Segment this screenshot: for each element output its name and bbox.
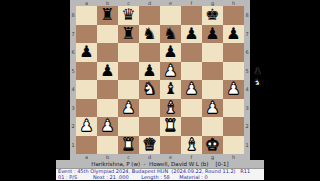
white-bishop[interactable]: ♝ [160,99,181,118]
square-g7[interactable]: ♟ [202,25,223,44]
white-pawn[interactable]: ♟ [76,117,97,136]
square-g8[interactable]: ♚ [202,6,223,25]
black-queen[interactable]: ♛ [118,6,139,25]
square-e8[interactable] [160,6,181,25]
white-pawn[interactable]: ♟ [160,62,181,81]
square-g2[interactable] [202,117,223,136]
black-pawn[interactable]: ♟ [181,25,202,44]
square-c8[interactable]: ♛ [118,6,139,25]
material-indicators: ♟ ♞ [251,66,264,88]
square-d4[interactable]: ♞ [139,80,160,99]
rank-label-1: 1 [244,136,250,155]
square-h4[interactable]: ♟ [223,80,244,99]
square-h7[interactable]: ♟ [223,25,244,44]
square-a5[interactable] [76,62,97,81]
square-f3[interactable] [181,99,202,118]
square-e5[interactable]: ♟ [160,62,181,81]
square-e2[interactable]: ♜ [160,117,181,136]
black-pawn[interactable]: ♟ [76,43,97,62]
square-b2[interactable]: ♟ [97,117,118,136]
square-f8[interactable] [181,6,202,25]
square-d1[interactable]: ♛ [139,136,160,155]
square-g6[interactable] [202,43,223,62]
square-c7[interactable]: ♜ [118,25,139,44]
white-bishop[interactable]: ♝ [181,136,202,155]
square-e6[interactable]: ♟ [160,43,181,62]
board-frame: abcdefgh 87654321 ♜♛♚♜♞♞♟♟♟♟♟♟♟♟♞♝♟♟♟♝♟♟… [70,0,250,160]
rank-label-7: 7 [244,25,250,44]
info-line: 01 : P/S Next : 21 .000 Length : 58 Mate… [56,175,264,181]
square-g4[interactable] [202,80,223,99]
square-b8[interactable]: ♜ [97,6,118,25]
captured-black-pawn-icon: ♟ [253,66,261,77]
white-rook[interactable]: ♜ [160,117,181,136]
captured-white-knight-icon: ♞ [253,77,261,88]
square-c6[interactable] [118,43,139,62]
white-pawn[interactable]: ♟ [97,117,118,136]
white-pawn[interactable]: ♟ [202,99,223,118]
white-king[interactable]: ♚ [202,136,223,155]
square-b3[interactable] [97,99,118,118]
square-a8[interactable] [76,6,97,25]
square-a3[interactable] [76,99,97,118]
square-e1[interactable] [160,136,181,155]
square-h3[interactable] [223,99,244,118]
black-pawn[interactable]: ♟ [223,25,244,44]
black-knight[interactable]: ♞ [139,25,160,44]
black-rook[interactable]: ♜ [97,6,118,25]
square-a7[interactable] [76,25,97,44]
rank-label-8: 8 [244,6,250,25]
square-b7[interactable] [97,25,118,44]
square-d6[interactable] [139,43,160,62]
white-queen[interactable]: ♛ [139,136,160,155]
square-b1[interactable] [97,136,118,155]
square-e3[interactable]: ♝ [160,99,181,118]
square-g3[interactable]: ♟ [202,99,223,118]
video-frame: abcdefgh 87654321 ♜♛♚♜♞♞♟♟♟♟♟♟♟♟♞♝♟♟♟♝♟♟… [0,0,320,180]
square-c2[interactable] [118,117,139,136]
right-black-bar [264,0,320,180]
players-caption: Harikrishna, P (w) - Howell, David W L (… [56,160,264,168]
chess-board: ♜♛♚♜♞♞♟♟♟♟♟♟♟♟♞♝♟♟♟♝♟♟♟♜♜♛♝♚ [76,6,244,154]
square-d2[interactable] [139,117,160,136]
square-h2[interactable] [223,117,244,136]
left-black-bar [0,0,56,180]
white-pawn[interactable]: ♟ [181,80,202,99]
black-pawn[interactable]: ♟ [139,62,160,81]
square-h1[interactable] [223,136,244,155]
square-b4[interactable] [97,80,118,99]
white-rook[interactable]: ♜ [118,136,139,155]
square-d3[interactable] [139,99,160,118]
square-c4[interactable] [118,80,139,99]
square-h6[interactable] [223,43,244,62]
square-c5[interactable] [118,62,139,81]
square-f4[interactable]: ♟ [181,80,202,99]
square-f7[interactable]: ♟ [181,25,202,44]
square-f2[interactable] [181,117,202,136]
rank-label-3: 3 [244,99,250,118]
board-row: 87654321 ♜♛♚♜♞♞♟♟♟♟♟♟♟♟♞♝♟♟♟♝♟♟♟♜♜♛♝♚ 87… [70,6,250,154]
rank-label-2: 2 [244,117,250,136]
white-pawn[interactable]: ♟ [223,80,244,99]
square-h8[interactable] [223,6,244,25]
square-a2[interactable]: ♟ [76,117,97,136]
square-a4[interactable] [76,80,97,99]
square-h5[interactable] [223,62,244,81]
white-pawn[interactable]: ♟ [118,99,139,118]
content-panel: abcdefgh 87654321 ♜♛♚♜♞♞♟♟♟♟♟♟♟♟♞♝♟♟♟♝♟♟… [56,0,264,180]
square-g1[interactable]: ♚ [202,136,223,155]
rank-labels-right: 87654321 [244,6,250,154]
square-a1[interactable] [76,136,97,155]
square-b6[interactable] [97,43,118,62]
square-f6[interactable] [181,43,202,62]
black-bishop[interactable]: ♝ [160,80,181,99]
square-f5[interactable] [181,62,202,81]
square-d8[interactable] [139,6,160,25]
black-pawn[interactable]: ♟ [202,25,223,44]
square-d7[interactable]: ♞ [139,25,160,44]
square-e7[interactable]: ♞ [160,25,181,44]
square-d5[interactable]: ♟ [139,62,160,81]
rank-label-6: 6 [244,43,250,62]
square-c3[interactable]: ♟ [118,99,139,118]
square-c1[interactable]: ♜ [118,136,139,155]
black-rook[interactable]: ♜ [118,25,139,44]
white-knight[interactable]: ♞ [139,80,160,99]
square-f1[interactable]: ♝ [181,136,202,155]
square-g5[interactable] [202,62,223,81]
status-box: Event : 45th Olympiad 2024, Budapest HUN… [56,168,264,180]
square-e4[interactable]: ♝ [160,80,181,99]
square-b5[interactable]: ♟ [97,62,118,81]
black-pawn[interactable]: ♟ [97,62,118,81]
square-a6[interactable]: ♟ [76,43,97,62]
black-pawn[interactable]: ♟ [160,43,181,62]
rank-label-4: 4 [244,80,250,99]
black-knight[interactable]: ♞ [160,25,181,44]
black-king[interactable]: ♚ [202,6,223,25]
rank-label-5: 5 [244,62,250,81]
